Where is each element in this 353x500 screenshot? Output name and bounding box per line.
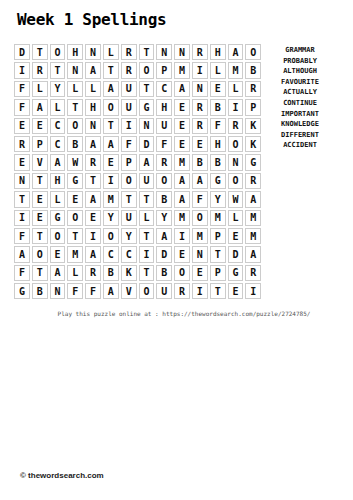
grid-cell-r1c5[interactable]: N [85,44,101,60]
word-list-item: FAVOURITE [266,77,334,88]
grid-cell-r6c10[interactable]: E [174,136,190,152]
grid-cell-r4c9[interactable]: H [156,99,172,115]
grid-cell-r7c1[interactable]: E [14,154,30,170]
grid-cell-r13c1[interactable]: F [14,265,30,281]
grid-cell-r6c14[interactable]: K [245,136,261,152]
grid-cell-r7c2[interactable]: V [32,154,48,170]
grid-cell-r3c13[interactable]: L [228,81,244,97]
grid-cell-r10c1[interactable]: I [14,210,30,226]
grid-cell-r10c7[interactable]: U [121,210,137,226]
grid-cell-r2c11[interactable]: I [192,62,208,78]
grid-cell-r8c1[interactable]: N [14,173,30,189]
grid-cell-r3c14[interactable]: R [245,81,261,97]
grid-cell-r5c10[interactable]: E [174,118,190,134]
grid-cell-r6c12[interactable]: H [210,136,226,152]
word-list-item: GRAMMAR [266,45,334,56]
word-list-item: ALTHOUGH [266,66,334,77]
grid-cell-r8c13[interactable]: O [228,173,244,189]
grid-cell-r1c12[interactable]: H [210,44,226,60]
grid-cell-r11c7[interactable]: Y [121,228,137,244]
grid-cell-r4c1[interactable]: F [14,99,30,115]
word-list-item: IMPORTANT [266,109,334,120]
grid-cell-r5c14[interactable]: K [245,118,261,134]
grid-cell-r4c12[interactable]: B [210,99,226,115]
grid-cell-r2c9[interactable]: P [156,62,172,78]
grid-cell-r2c14[interactable]: B [245,62,261,78]
grid-cell-r14c12[interactable]: T [210,283,226,299]
grid-cell-r7c10[interactable]: M [174,154,190,170]
grid-cell-r11c6[interactable]: O [103,228,119,244]
grid-cell-r10c3[interactable]: G [50,210,66,226]
grid-cell-r7c12[interactable]: B [210,154,226,170]
grid-cell-r10c12[interactable]: M [210,210,226,226]
grid-cell-r14c10[interactable]: R [174,283,190,299]
grid-cell-r3c9[interactable]: C [156,81,172,97]
grid-cell-r7c8[interactable]: A [139,154,155,170]
grid-cell-r8c8[interactable]: U [139,173,155,189]
grid-cell-r3c3[interactable]: Y [50,81,66,97]
grid-cell-r14c1[interactable]: G [14,283,30,299]
grid-cell-r11c14[interactable]: M [245,228,261,244]
grid-cell-r11c1[interactable]: F [14,228,30,244]
grid-cell-r8c12[interactable]: G [210,173,226,189]
page-title: Week 1 Spellings [17,10,166,29]
grid-cell-r6c6[interactable]: A [103,136,119,152]
grid-cell-r10c13[interactable]: L [228,210,244,226]
word-list-item: DIFFERENT [266,130,334,141]
grid-cell-r12c7[interactable]: C [121,246,137,262]
grid-cell-r4c14[interactable]: P [245,99,261,115]
grid-cell-r9c14[interactable]: A [245,191,261,207]
grid-cell-r4c8[interactable]: G [139,99,155,115]
grid-cell-r2c4[interactable]: N [67,62,83,78]
word-list: GRAMMARPROBABLYALTHOUGHFAVOURITEACTUALLY… [266,45,334,151]
grid-cell-r10c6[interactable]: Y [103,210,119,226]
grid-cell-r5c2[interactable]: E [32,118,48,134]
grid-cell-r1c7[interactable]: R [121,44,137,60]
grid-cell-r12c11[interactable]: N [192,246,208,262]
grid-cell-r13c9[interactable]: B [156,265,172,281]
grid-cell-r6c13[interactable]: O [228,136,244,152]
grid-cell-r9c2[interactable]: E [32,191,48,207]
site-logo: © thewordsearch.com [20,471,104,480]
grid-cell-r11c5[interactable]: I [85,228,101,244]
grid-cell-r12c5[interactable]: A [85,246,101,262]
grid-cell-r14c9[interactable]: U [156,283,172,299]
grid-cell-r11c9[interactable]: A [156,228,172,244]
grid-cell-r12c4[interactable]: M [67,246,83,262]
grid-cell-r14c7[interactable]: V [121,283,137,299]
grid-cell-r12c10[interactable]: E [174,246,190,262]
grid-cell-r1c2[interactable]: T [32,44,48,60]
grid-cell-r9c3[interactable]: L [50,191,66,207]
grid-cell-r8c4[interactable]: G [67,173,83,189]
grid-cell-r5c13[interactable]: R [228,118,244,134]
grid-cell-r1c1[interactable]: D [14,44,30,60]
grid-cell-r11c3[interactable]: O [50,228,66,244]
grid-cell-r3c10[interactable]: A [174,81,190,97]
grid-cell-r7c13[interactable]: N [228,154,244,170]
grid-cell-r2c2[interactable]: R [32,62,48,78]
grid-cell-r8c5[interactable]: T [85,173,101,189]
grid-cell-r7c11[interactable]: B [192,154,208,170]
grid-cell-r5c4[interactable]: O [67,118,83,134]
word-search-grid: DTOHNLRTNNRHAOIRTNATROPMILMBFLYLLAUTCANE… [14,44,261,299]
grid-cell-r6c7[interactable]: F [121,136,137,152]
grid-cell-r6c11[interactable]: E [192,136,208,152]
grid-cell-r4c4[interactable]: T [67,99,83,115]
grid-cell-r3c11[interactable]: N [192,81,208,97]
grid-cell-r5c5[interactable]: N [85,118,101,134]
grid-cell-r8c2[interactable]: T [32,173,48,189]
grid-cell-r8c11[interactable]: A [192,173,208,189]
grid-cell-r9c11[interactable]: F [192,191,208,207]
grid-cell-r7c9[interactable]: R [156,154,172,170]
grid-cell-r5c6[interactable]: T [103,118,119,134]
grid-cell-r8c7[interactable]: O [121,173,137,189]
grid-cell-r11c10[interactable]: I [174,228,190,244]
grid-cell-r6c5[interactable]: A [85,136,101,152]
grid-cell-r5c9[interactable]: U [156,118,172,134]
grid-cell-r6c1[interactable]: R [14,136,30,152]
grid-cell-r12c3[interactable]: E [50,246,66,262]
word-list-item: ACTUALLY [266,87,334,98]
word-list-item: PROBABLY [266,56,334,67]
grid-cell-r14c2[interactable]: B [32,283,48,299]
grid-cell-r10c8[interactable]: L [139,210,155,226]
grid-cell-r7c14[interactable]: G [245,154,261,170]
grid-cell-r12c13[interactable]: D [228,246,244,262]
grid-cell-r11c13[interactable]: E [228,228,244,244]
grid-cell-r10c11[interactable]: O [192,210,208,226]
grid-cell-r1c8[interactable]: T [139,44,155,60]
grid-cell-r10c4[interactable]: O [67,210,83,226]
grid-cell-r6c4[interactable]: B [67,136,83,152]
grid-cell-r2c13[interactable]: M [228,62,244,78]
grid-cell-r5c3[interactable]: C [50,118,66,134]
grid-cell-r3c6[interactable]: A [103,81,119,97]
word-list-item: KNOWLEDGE [266,119,334,130]
grid-cell-r12c9[interactable]: D [156,246,172,262]
grid-cell-r3c1[interactable]: F [14,81,30,97]
grid-cell-r9c1[interactable]: T [14,191,30,207]
grid-cell-r8c14[interactable]: R [245,173,261,189]
grid-cell-r13c12[interactable]: P [210,265,226,281]
grid-cell-r9c9[interactable]: B [156,191,172,207]
grid-cell-r4c2[interactable]: A [32,99,48,115]
grid-cell-r6c3[interactable]: C [50,136,66,152]
grid-cell-r6c8[interactable]: D [139,136,155,152]
grid-cell-r14c6[interactable]: A [103,283,119,299]
grid-cell-r1c3[interactable]: O [50,44,66,60]
grid-cell-r2c5[interactable]: A [85,62,101,78]
grid-cell-r14c4[interactable]: F [67,283,83,299]
grid-cell-r9c8[interactable]: T [139,191,155,207]
grid-cell-r1c14[interactable]: O [245,44,261,60]
grid-cell-r9c12[interactable]: Y [210,191,226,207]
grid-cell-r8c10[interactable]: A [174,173,190,189]
grid-cell-r3c5[interactable]: L [85,81,101,97]
grid-cell-r9c6[interactable]: M [103,191,119,207]
grid-cell-r9c5[interactable]: A [85,191,101,207]
grid-cell-r1c13[interactable]: A [228,44,244,60]
grid-cell-r13c5[interactable]: R [85,265,101,281]
grid-cell-r12c2[interactable]: O [32,246,48,262]
grid-cell-r6c2[interactable]: P [32,136,48,152]
grid-cell-r13c7[interactable]: K [121,265,137,281]
word-search-page: Week 1 Spellings DTOHNLRTNNRHAOIRTNATROP… [0,0,353,500]
grid-cell-r4c13[interactable]: I [228,99,244,115]
grid-cell-r1c9[interactable]: N [156,44,172,60]
grid-cell-r4c11[interactable]: R [192,99,208,115]
grid-cell-r9c13[interactable]: W [228,191,244,207]
grid-cell-r10c5[interactable]: E [85,210,101,226]
grid-cell-r10c14[interactable]: M [245,210,261,226]
grid-cell-r13c8[interactable]: T [139,265,155,281]
grid-cell-r13c6[interactable]: B [103,265,119,281]
grid-cell-r14c8[interactable]: O [139,283,155,299]
grid-cell-r12c12[interactable]: T [210,246,226,262]
grid-cell-r4c6[interactable]: O [103,99,119,115]
grid-cell-r3c12[interactable]: E [210,81,226,97]
grid-cell-r7c3[interactable]: A [50,154,66,170]
grid-cell-r11c8[interactable]: T [139,228,155,244]
grid-cell-r11c12[interactable]: P [210,228,226,244]
grid-cell-r10c10[interactable]: M [174,210,190,226]
grid-cell-r8c6[interactable]: I [103,173,119,189]
grid-cell-r7c5[interactable]: R [85,154,101,170]
grid-cell-r5c7[interactable]: I [121,118,137,134]
grid-cell-r14c14[interactable]: I [245,283,261,299]
grid-cell-r13c3[interactable]: A [50,265,66,281]
grid-cell-r6c9[interactable]: F [156,136,172,152]
grid-cell-r8c9[interactable]: O [156,173,172,189]
grid-cell-r2c6[interactable]: T [103,62,119,78]
grid-cell-r8c3[interactable]: H [50,173,66,189]
grid-cell-r13c14[interactable]: R [245,265,261,281]
grid-cell-r11c4[interactable]: T [67,228,83,244]
grid-cell-r1c11[interactable]: R [192,44,208,60]
grid-cell-r9c4[interactable]: E [67,191,83,207]
word-list-item: ACCIDENT [266,140,334,151]
grid-cell-r4c5[interactable]: H [85,99,101,115]
grid-cell-r13c4[interactable]: L [67,265,83,281]
grid-cell-r1c6[interactable]: L [103,44,119,60]
grid-cell-r12c14[interactable]: A [245,246,261,262]
grid-cell-r14c5[interactable]: F [85,283,101,299]
grid-cell-r7c4[interactable]: W [67,154,83,170]
grid-cell-r9c10[interactable]: A [174,191,190,207]
grid-cell-r7c6[interactable]: E [103,154,119,170]
word-list-item: CONTINUE [266,98,334,109]
grid-cell-r13c13[interactable]: G [228,265,244,281]
grid-cell-r11c11[interactable]: M [192,228,208,244]
grid-cell-r12c1[interactable]: A [14,246,30,262]
grid-cell-r5c12[interactable]: F [210,118,226,134]
grid-cell-r14c13[interactable]: E [228,283,244,299]
grid-cell-r2c3[interactable]: T [50,62,66,78]
grid-cell-r12c8[interactable]: I [139,246,155,262]
grid-cell-r7c7[interactable]: P [121,154,137,170]
grid-cell-r13c11[interactable]: E [192,265,208,281]
grid-cell-r10c2[interactable]: E [32,210,48,226]
grid-cell-r3c2[interactable]: L [32,81,48,97]
grid-cell-r9c7[interactable]: T [121,191,137,207]
grid-cell-r12c6[interactable]: C [103,246,119,262]
grid-cell-r5c1[interactable]: E [14,118,30,134]
grid-cell-r1c4[interactable]: H [67,44,83,60]
grid-cell-r3c7[interactable]: U [121,81,137,97]
grid-cell-r4c7[interactable]: U [121,99,137,115]
grid-cell-r5c11[interactable]: R [192,118,208,134]
grid-cell-r3c4[interactable]: L [67,81,83,97]
grid-cell-r2c12[interactable]: L [210,62,226,78]
play-online-text: Play this puzzle online at : https://the… [14,310,353,317]
grid-cell-r2c7[interactable]: R [121,62,137,78]
grid-cell-r4c3[interactable]: L [50,99,66,115]
grid-cell-r11c2[interactable]: T [32,228,48,244]
grid-cell-r2c1[interactable]: I [14,62,30,78]
grid-cell-r13c10[interactable]: O [174,265,190,281]
grid-cell-r5c8[interactable]: N [139,118,155,134]
grid-cell-r14c11[interactable]: I [192,283,208,299]
grid-cell-r2c10[interactable]: M [174,62,190,78]
grid-cell-r3c8[interactable]: T [139,81,155,97]
grid-cell-r10c9[interactable]: Y [156,210,172,226]
grid-cell-r13c2[interactable]: T [32,265,48,281]
grid-cell-r4c10[interactable]: E [174,99,190,115]
grid-cell-r14c3[interactable]: N [50,283,66,299]
grid-cell-r2c8[interactable]: O [139,62,155,78]
grid-cell-r1c10[interactable]: N [174,44,190,60]
